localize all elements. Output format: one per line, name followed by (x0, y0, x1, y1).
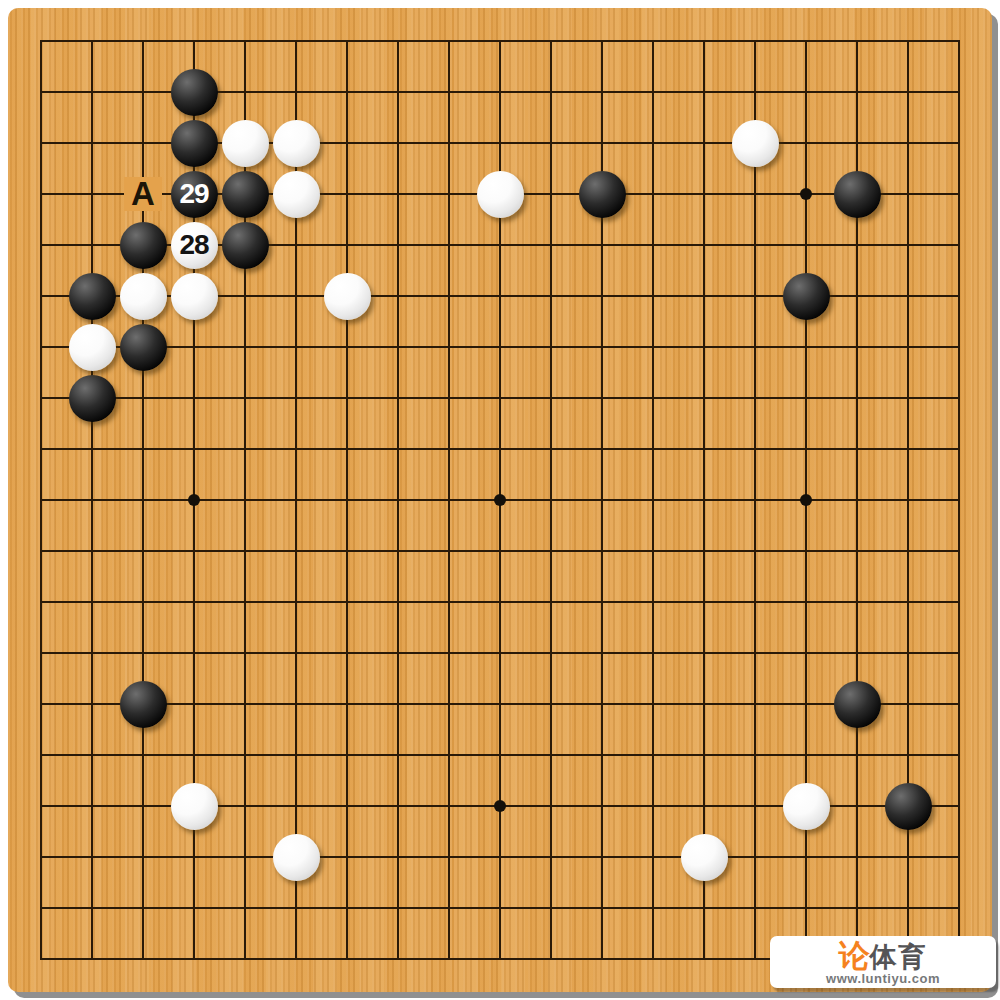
white-stone (783, 783, 830, 830)
star-point (800, 188, 812, 200)
white-stone (171, 783, 218, 830)
white-stone (222, 120, 269, 167)
watermark-url: www.luntiyu.com (826, 972, 940, 985)
black-stone (885, 783, 932, 830)
white-stone (732, 120, 779, 167)
watermark-brand: 论 体育 (839, 940, 928, 971)
watermark-brand-text: 体育 (870, 944, 928, 971)
point-label: A (124, 177, 162, 211)
star-point (800, 494, 812, 506)
star-point (494, 800, 506, 812)
watermark-brand-accent: 论 (839, 940, 870, 971)
white-stone (171, 273, 218, 320)
black-stone (171, 120, 218, 167)
white-stone (273, 834, 320, 881)
black-stone (120, 681, 167, 728)
black-stone (69, 273, 116, 320)
white-stone (120, 273, 167, 320)
black-stone (120, 222, 167, 269)
go-grid[interactable]: 2928A (40, 40, 960, 960)
white-stone (273, 120, 320, 167)
go-board: 2928A (8, 8, 992, 992)
star-point (494, 494, 506, 506)
white-stone (69, 324, 116, 371)
black-stone (222, 222, 269, 269)
star-point (188, 494, 200, 506)
black-stone (579, 171, 626, 218)
black-stone (222, 171, 269, 218)
black-stone (834, 681, 881, 728)
move-number: 29 (171, 171, 218, 218)
black-stone (69, 375, 116, 422)
black-stone (834, 171, 881, 218)
white-stone (324, 273, 371, 320)
move-number: 28 (171, 222, 218, 269)
black-stone (171, 69, 218, 116)
white-stone (681, 834, 728, 881)
white-stone (477, 171, 524, 218)
black-stone (120, 324, 167, 371)
black-stone (783, 273, 830, 320)
white-stone (273, 171, 320, 218)
go-diagram-page: 2928A 论 体育 www.luntiyu.com (0, 0, 1000, 1000)
site-watermark: 论 体育 www.luntiyu.com (770, 936, 996, 988)
